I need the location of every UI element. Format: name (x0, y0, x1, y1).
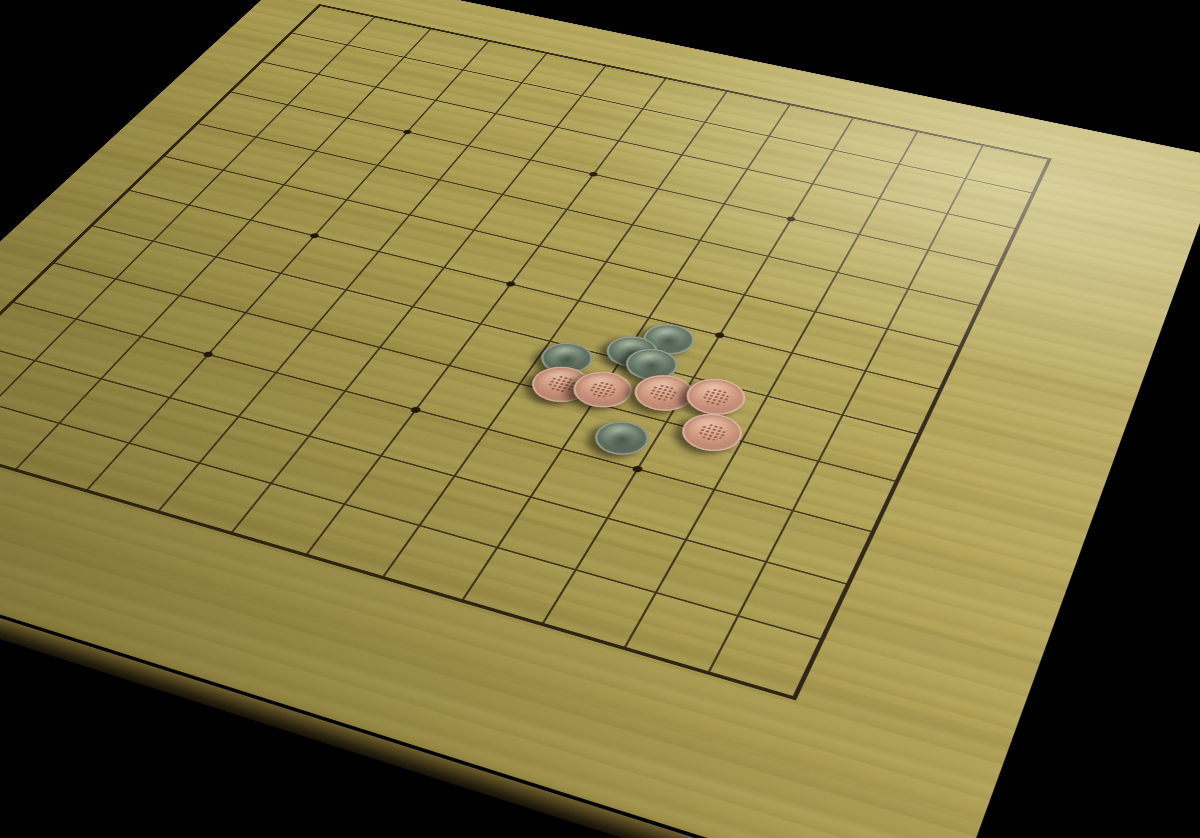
intersection-11-7 (743, 323, 840, 383)
intersection-12-12 (682, 577, 794, 656)
intersection-6-10 (292, 360, 397, 423)
grid-lines (0, 0, 1091, 742)
intersection-9-13 (403, 562, 519, 640)
intersection-9-9 (541, 372, 644, 436)
intersection-8-11 (400, 442, 509, 511)
stone-silver-5[interactable] (587, 416, 656, 460)
intersection-13-10 (820, 496, 926, 569)
intersection-13-13 (736, 656, 852, 742)
intersection-11-13 (566, 608, 682, 690)
intersection-4-10 (155, 324, 260, 384)
grid-area (0, 0, 1091, 742)
stone-copper-10[interactable] (674, 408, 750, 457)
intersection-5-13 (100, 477, 215, 548)
stone-silver-1[interactable] (637, 320, 702, 359)
go-board (0, 0, 1200, 838)
intersection-4-11 (115, 366, 223, 429)
intersection-4-13 (28, 456, 143, 526)
intersection-11-11 (631, 504, 740, 577)
intersection-7-12 (288, 469, 400, 540)
stone-copper-6[interactable] (523, 361, 599, 407)
star-point-4-10 (202, 351, 215, 358)
star-point-10-7 (714, 332, 726, 339)
intersection-12-7 (817, 341, 914, 402)
intersection-11-10 (661, 455, 767, 525)
intersection-3-13 (0, 437, 73, 505)
intersection-11-12 (599, 555, 711, 633)
intersection-7-9 (398, 336, 500, 397)
intersection-10-9 (615, 390, 718, 455)
intersection-8-12 (364, 490, 476, 562)
intersection-2-12 (0, 373, 47, 437)
intersection-8-13 (325, 540, 441, 616)
intersection-7-10 (363, 378, 468, 442)
intersection-13-12 (766, 600, 878, 681)
intersection-6-11 (255, 404, 363, 470)
intersection-10-11 (553, 483, 662, 555)
intersection-3-12 (4, 391, 115, 456)
stone-copper-8[interactable] (626, 370, 701, 417)
intersection-2-13 (0, 417, 4, 484)
intersection-2-11 (0, 331, 89, 392)
intersection-8-10 (435, 397, 540, 462)
intersection-11-8 (717, 365, 817, 428)
intersection-12-8 (792, 384, 892, 448)
intersection-10-12 (519, 533, 631, 609)
intersection-6-13 (173, 497, 288, 570)
intersection-5-12 (143, 430, 255, 498)
intersection-13-11 (794, 547, 903, 624)
star-point-7-10 (410, 406, 423, 414)
stone-copper-9[interactable] (678, 374, 753, 421)
photo-stage (0, 0, 1200, 838)
stone-copper-7[interactable] (565, 366, 641, 413)
intersection-10-8 (643, 347, 743, 409)
intersection-9-10 (509, 416, 615, 483)
intersection-5-11 (184, 385, 292, 450)
intersection-4-12 (73, 410, 184, 476)
intersection-6-12 (215, 449, 327, 518)
intersection-13-8 (869, 402, 969, 468)
intersection-9-11 (476, 462, 585, 532)
intersection-13-9 (846, 448, 949, 517)
intersection-7-13 (248, 519, 363, 594)
intersection-9-8 (571, 330, 671, 391)
intersection-8-8 (500, 312, 600, 371)
intersection-13-6 (914, 317, 1008, 377)
stone-silver-3[interactable] (599, 332, 665, 372)
intersection-7-11 (327, 423, 436, 490)
intersection-12-13 (650, 632, 766, 716)
intersection-8-9 (468, 354, 570, 416)
intersection-6-9 (328, 318, 430, 378)
intersection-1-11 (0, 313, 24, 372)
intersection-13-7 (892, 359, 989, 422)
intersection-5-10 (223, 342, 328, 404)
intersection-12-11 (712, 525, 821, 600)
intersection-12-9 (767, 428, 870, 496)
stone-silver-2[interactable] (533, 338, 600, 378)
intersection-10-13 (484, 585, 600, 665)
intersection-9-12 (440, 511, 552, 585)
stone-silver-4[interactable] (618, 344, 684, 385)
star-point-10-10 (631, 465, 644, 473)
intersection-11-9 (690, 409, 793, 475)
intersection-3-11 (47, 348, 155, 410)
intersection-12-10 (740, 475, 846, 546)
intersection-10-10 (584, 435, 690, 503)
